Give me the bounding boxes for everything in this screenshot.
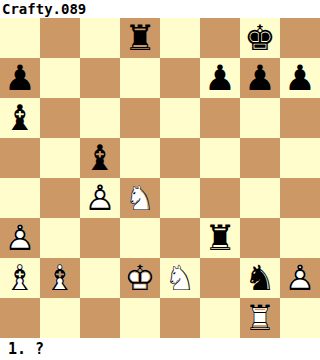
square-b6[interactable]: [40, 98, 80, 138]
square-e1[interactable]: [160, 298, 200, 338]
square-a8[interactable]: [0, 18, 40, 58]
square-b5[interactable]: [40, 138, 80, 178]
square-b2[interactable]: ♝♗: [40, 258, 80, 298]
square-h8[interactable]: [280, 18, 320, 58]
square-h2[interactable]: ♟♙: [280, 258, 320, 298]
square-f2[interactable]: [200, 258, 240, 298]
square-f7[interactable]: ♟: [200, 58, 240, 98]
square-b7[interactable]: [40, 58, 80, 98]
square-a6[interactable]: ♝: [0, 98, 40, 138]
square-f5[interactable]: [200, 138, 240, 178]
square-e4[interactable]: [160, 178, 200, 218]
square-c5[interactable]: ♝: [80, 138, 120, 178]
square-g1[interactable]: ♜♖: [240, 298, 280, 338]
piece-white-bishop[interactable]: ♗: [0, 258, 40, 298]
piece-white-knight-fill: ♞: [120, 178, 160, 218]
piece-black-rook[interactable]: ♜: [200, 218, 240, 258]
square-b4[interactable]: [40, 178, 80, 218]
piece-black-pawn[interactable]: ♟: [0, 58, 40, 98]
square-f6[interactable]: [200, 98, 240, 138]
square-h7[interactable]: ♟: [280, 58, 320, 98]
chess-board: ♜♚♟♟♟♟♝♝♟♙♞♘♟♙♜♝♗♝♗♚♔♞♘♞♟♙♜♖: [0, 18, 320, 338]
square-g2[interactable]: ♞: [240, 258, 280, 298]
square-f4[interactable]: [200, 178, 240, 218]
piece-black-pawn[interactable]: ♟: [240, 58, 280, 98]
square-a4[interactable]: [0, 178, 40, 218]
square-e7[interactable]: [160, 58, 200, 98]
square-e3[interactable]: [160, 218, 200, 258]
square-e6[interactable]: [160, 98, 200, 138]
piece-white-pawn-fill: ♟: [80, 178, 120, 218]
square-g4[interactable]: [240, 178, 280, 218]
piece-white-pawn-fill: ♟: [0, 218, 40, 258]
square-c4[interactable]: ♟♙: [80, 178, 120, 218]
square-c1[interactable]: [80, 298, 120, 338]
square-h3[interactable]: [280, 218, 320, 258]
square-g7[interactable]: ♟: [240, 58, 280, 98]
move-prompt: 1. ?: [0, 338, 320, 360]
piece-black-pawn[interactable]: ♟: [200, 58, 240, 98]
piece-white-pawn-fill: ♟: [280, 258, 320, 298]
square-a3[interactable]: ♟♙: [0, 218, 40, 258]
window-title: Crafty.089: [0, 0, 320, 18]
piece-white-pawn[interactable]: ♙: [80, 178, 120, 218]
chess-app-window: Crafty.089 ♜♚♟♟♟♟♝♝♟♙♞♘♟♙♜♝♗♝♗♚♔♞♘♞♟♙♜♖ …: [0, 0, 320, 360]
square-c6[interactable]: [80, 98, 120, 138]
piece-white-pawn[interactable]: ♙: [0, 218, 40, 258]
square-h4[interactable]: [280, 178, 320, 218]
square-g5[interactable]: [240, 138, 280, 178]
square-d5[interactable]: [120, 138, 160, 178]
piece-white-bishop[interactable]: ♗: [40, 258, 80, 298]
piece-white-king[interactable]: ♔: [120, 258, 160, 298]
piece-white-bishop-fill: ♝: [40, 258, 80, 298]
piece-white-bishop-fill: ♝: [0, 258, 40, 298]
square-e5[interactable]: [160, 138, 200, 178]
piece-black-knight[interactable]: ♞: [240, 258, 280, 298]
square-d7[interactable]: [120, 58, 160, 98]
square-g8[interactable]: ♚: [240, 18, 280, 58]
square-h1[interactable]: [280, 298, 320, 338]
square-g6[interactable]: [240, 98, 280, 138]
square-c7[interactable]: [80, 58, 120, 98]
square-d8[interactable]: ♜: [120, 18, 160, 58]
piece-white-knight-fill: ♞: [160, 258, 200, 298]
square-f3[interactable]: ♜: [200, 218, 240, 258]
piece-black-pawn[interactable]: ♟: [280, 58, 320, 98]
piece-white-rook[interactable]: ♖: [240, 298, 280, 338]
square-d4[interactable]: ♞♘: [120, 178, 160, 218]
square-g3[interactable]: [240, 218, 280, 258]
square-c3[interactable]: [80, 218, 120, 258]
piece-white-rook-fill: ♜: [240, 298, 280, 338]
square-b8[interactable]: [40, 18, 80, 58]
square-b1[interactable]: [40, 298, 80, 338]
square-b3[interactable]: [40, 218, 80, 258]
square-f1[interactable]: [200, 298, 240, 338]
piece-black-king[interactable]: ♚: [240, 18, 280, 58]
square-a5[interactable]: [0, 138, 40, 178]
piece-white-knight[interactable]: ♘: [120, 178, 160, 218]
square-d1[interactable]: [120, 298, 160, 338]
square-f8[interactable]: [200, 18, 240, 58]
square-h5[interactable]: [280, 138, 320, 178]
square-a2[interactable]: ♝♗: [0, 258, 40, 298]
piece-black-bishop[interactable]: ♝: [80, 138, 120, 178]
square-d3[interactable]: [120, 218, 160, 258]
square-e2[interactable]: ♞♘: [160, 258, 200, 298]
piece-white-pawn[interactable]: ♙: [280, 258, 320, 298]
square-c8[interactable]: [80, 18, 120, 58]
piece-black-rook[interactable]: ♜: [120, 18, 160, 58]
square-c2[interactable]: [80, 258, 120, 298]
square-d6[interactable]: [120, 98, 160, 138]
piece-white-king-fill: ♚: [120, 258, 160, 298]
square-e8[interactable]: [160, 18, 200, 58]
square-h6[interactable]: [280, 98, 320, 138]
piece-black-bishop[interactable]: ♝: [0, 98, 40, 138]
square-d2[interactable]: ♚♔: [120, 258, 160, 298]
piece-white-knight[interactable]: ♘: [160, 258, 200, 298]
square-a1[interactable]: [0, 298, 40, 338]
square-a7[interactable]: ♟: [0, 58, 40, 98]
